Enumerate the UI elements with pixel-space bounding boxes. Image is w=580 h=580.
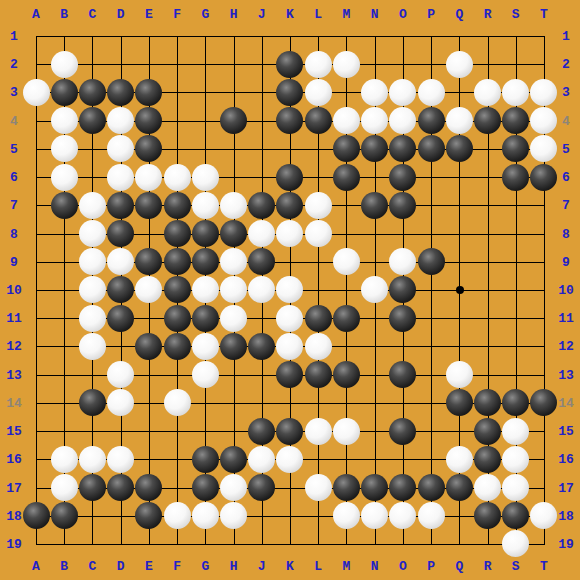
column-label-top: P [427,8,435,21]
white-stone-M9[interactable] [333,248,360,275]
row-label-left: 3 [10,86,18,99]
white-stone-B2[interactable] [51,51,78,78]
row-label-left: 13 [6,368,22,381]
white-stone-N18[interactable] [361,502,388,529]
white-stone-K10[interactable] [276,276,303,303]
black-stone-E4[interactable] [135,107,162,134]
column-label-top: Q [455,8,463,21]
black-stone-H12[interactable] [220,333,247,360]
row-label-right: 4 [562,114,570,127]
column-label-top: E [145,8,153,21]
black-stone-O11[interactable] [389,305,416,332]
black-stone-O15[interactable] [389,418,416,445]
black-stone-N17[interactable] [361,474,388,501]
row-label-right: 10 [558,283,574,296]
black-stone-M11[interactable] [333,305,360,332]
row-label-left: 4 [10,114,18,127]
white-stone-F14[interactable] [164,389,191,416]
row-label-left: 17 [6,481,22,494]
white-stone-C12[interactable] [79,333,106,360]
black-stone-Q17[interactable] [446,474,473,501]
black-stone-P4[interactable] [418,107,445,134]
black-stone-P5[interactable] [418,135,445,162]
white-stone-R3[interactable] [474,79,501,106]
black-stone-J7[interactable] [248,192,275,219]
black-stone-L4[interactable] [305,107,332,134]
black-stone-S6[interactable] [502,164,529,191]
black-stone-S4[interactable] [502,107,529,134]
row-label-right: 3 [562,86,570,99]
white-stone-D9[interactable] [107,248,134,275]
black-stone-M17[interactable] [333,474,360,501]
column-label-top: S [512,8,520,21]
black-stone-N5[interactable] [361,135,388,162]
black-stone-D10[interactable] [107,276,134,303]
black-stone-E5[interactable] [135,135,162,162]
black-stone-G11[interactable] [192,305,219,332]
white-stone-C8[interactable] [79,220,106,247]
black-stone-O7[interactable] [389,192,416,219]
white-stone-J8[interactable] [248,220,275,247]
white-stone-H9[interactable] [220,248,247,275]
white-stone-M2[interactable] [333,51,360,78]
black-stone-S5[interactable] [502,135,529,162]
white-stone-L2[interactable] [305,51,332,78]
column-label-bottom: O [399,560,407,573]
white-stone-N4[interactable] [361,107,388,134]
column-label-bottom: P [427,560,435,573]
black-stone-R15[interactable] [474,418,501,445]
black-stone-K7[interactable] [276,192,303,219]
black-stone-C17[interactable] [79,474,106,501]
black-stone-O13[interactable] [389,361,416,388]
white-stone-D6[interactable] [107,164,134,191]
row-label-left: 9 [10,255,18,268]
black-stone-A18[interactable] [23,502,50,529]
column-label-top: K [286,8,294,21]
white-stone-L17[interactable] [305,474,332,501]
white-stone-S16[interactable] [502,446,529,473]
white-stone-T3[interactable] [530,79,557,106]
black-stone-P9[interactable] [418,248,445,275]
column-label-bottom: K [286,560,294,573]
column-label-top: M [343,8,351,21]
row-label-left: 8 [10,227,18,240]
white-stone-L8[interactable] [305,220,332,247]
black-stone-B7[interactable] [51,192,78,219]
black-stone-M13[interactable] [333,361,360,388]
black-stone-T14[interactable] [530,389,557,416]
white-stone-D13[interactable] [107,361,134,388]
go-app-window: AABBCCDDEEFFGGHHJJKKLLMMNNOOPPQQRRSSTT11… [0,0,580,580]
black-stone-J12[interactable] [248,333,275,360]
white-stone-S19[interactable] [502,530,529,557]
column-label-bottom: G [201,560,209,573]
black-stone-O10[interactable] [389,276,416,303]
black-stone-H4[interactable] [220,107,247,134]
white-stone-P3[interactable] [418,79,445,106]
row-label-right: 19 [558,537,574,550]
black-stone-D17[interactable] [107,474,134,501]
white-stone-D14[interactable] [107,389,134,416]
white-stone-S15[interactable] [502,418,529,445]
white-stone-H17[interactable] [220,474,247,501]
black-stone-M5[interactable] [333,135,360,162]
go-board[interactable]: AABBCCDDEEFFGGHHJJKKLLMMNNOOPPQQRRSSTT11… [0,0,580,580]
white-stone-K16[interactable] [276,446,303,473]
star-point [456,286,464,294]
white-stone-Q13[interactable] [446,361,473,388]
white-stone-O9[interactable] [389,248,416,275]
white-stone-E6[interactable] [135,164,162,191]
column-label-top: H [230,8,238,21]
column-label-top: R [484,8,492,21]
black-stone-E12[interactable] [135,333,162,360]
black-stone-D8[interactable] [107,220,134,247]
row-label-right: 13 [558,368,574,381]
row-label-left: 12 [6,340,22,353]
black-stone-C14[interactable] [79,389,106,416]
column-label-top: T [540,8,548,21]
row-label-right: 6 [562,171,570,184]
white-stone-E10[interactable] [135,276,162,303]
column-label-bottom: D [117,560,125,573]
white-stone-G18[interactable] [192,502,219,529]
column-label-bottom: R [484,560,492,573]
black-stone-F7[interactable] [164,192,191,219]
column-label-bottom: L [314,560,322,573]
column-label-top: C [89,8,97,21]
row-label-right: 5 [562,142,570,155]
white-stone-B6[interactable] [51,164,78,191]
white-stone-F18[interactable] [164,502,191,529]
row-label-right: 7 [562,199,570,212]
column-label-bottom: H [230,560,238,573]
column-label-bottom: J [258,560,266,573]
white-stone-C10[interactable] [79,276,106,303]
black-stone-F10[interactable] [164,276,191,303]
white-stone-G6[interactable] [192,164,219,191]
row-label-right: 15 [558,425,574,438]
white-stone-H7[interactable] [220,192,247,219]
row-label-right: 11 [558,312,574,325]
row-label-left: 6 [10,171,18,184]
white-stone-O18[interactable] [389,502,416,529]
black-stone-D11[interactable] [107,305,134,332]
white-stone-D16[interactable] [107,446,134,473]
black-stone-O17[interactable] [389,474,416,501]
white-stone-D4[interactable] [107,107,134,134]
black-stone-G9[interactable] [192,248,219,275]
column-label-bottom: S [512,560,520,573]
column-label-bottom: E [145,560,153,573]
white-stone-A3[interactable] [23,79,50,106]
black-stone-E17[interactable] [135,474,162,501]
black-stone-T6[interactable] [530,164,557,191]
black-stone-E7[interactable] [135,192,162,219]
white-stone-O4[interactable] [389,107,416,134]
row-label-left: 15 [6,425,22,438]
column-label-top: G [201,8,209,21]
row-label-left: 10 [6,283,22,296]
black-stone-E18[interactable] [135,502,162,529]
white-stone-K11[interactable] [276,305,303,332]
black-stone-J17[interactable] [248,474,275,501]
black-stone-Q5[interactable] [446,135,473,162]
black-stone-R18[interactable] [474,502,501,529]
row-label-left: 1 [10,30,18,43]
black-stone-G8[interactable] [192,220,219,247]
white-stone-B4[interactable] [51,107,78,134]
black-stone-B3[interactable] [51,79,78,106]
white-stone-T4[interactable] [530,107,557,134]
row-label-right: 9 [562,255,570,268]
black-stone-C4[interactable] [79,107,106,134]
black-stone-L11[interactable] [305,305,332,332]
white-stone-C11[interactable] [79,305,106,332]
black-stone-O5[interactable] [389,135,416,162]
white-stone-G10[interactable] [192,276,219,303]
column-label-top: N [371,8,379,21]
white-stone-T18[interactable] [530,502,557,529]
white-stone-L7[interactable] [305,192,332,219]
white-stone-G13[interactable] [192,361,219,388]
black-stone-N7[interactable] [361,192,388,219]
column-label-top: B [60,8,68,21]
black-stone-K3[interactable] [276,79,303,106]
column-label-top: L [314,8,322,21]
white-stone-H18[interactable] [220,502,247,529]
column-label-bottom: T [540,560,548,573]
white-stone-M15[interactable] [333,418,360,445]
row-label-right: 12 [558,340,574,353]
white-stone-J10[interactable] [248,276,275,303]
black-stone-J9[interactable] [248,248,275,275]
white-stone-T5[interactable] [530,135,557,162]
black-stone-R4[interactable] [474,107,501,134]
column-label-bottom: N [371,560,379,573]
black-stone-H16[interactable] [220,446,247,473]
black-stone-F8[interactable] [164,220,191,247]
white-stone-B16[interactable] [51,446,78,473]
black-stone-E9[interactable] [135,248,162,275]
white-stone-M4[interactable] [333,107,360,134]
white-stone-S3[interactable] [502,79,529,106]
black-stone-G17[interactable] [192,474,219,501]
row-label-right: 17 [558,481,574,494]
row-label-right: 2 [562,58,570,71]
white-stone-P18[interactable] [418,502,445,529]
column-label-bottom: C [89,560,97,573]
column-label-top: A [32,8,40,21]
black-stone-K2[interactable] [276,51,303,78]
white-stone-S17[interactable] [502,474,529,501]
white-stone-H10[interactable] [220,276,247,303]
row-label-left: 11 [6,312,22,325]
white-stone-K8[interactable] [276,220,303,247]
white-stone-M18[interactable] [333,502,360,529]
white-stone-K12[interactable] [276,333,303,360]
row-label-left: 14 [6,396,22,409]
black-stone-D7[interactable] [107,192,134,219]
black-stone-G16[interactable] [192,446,219,473]
row-label-right: 16 [558,453,574,466]
grid-line-horizontal [36,516,545,517]
column-label-top: F [173,8,181,21]
black-stone-D3[interactable] [107,79,134,106]
white-stone-N3[interactable] [361,79,388,106]
white-stone-B17[interactable] [51,474,78,501]
white-stone-N10[interactable] [361,276,388,303]
black-stone-R14[interactable] [474,389,501,416]
black-stone-R16[interactable] [474,446,501,473]
grid-line-horizontal [36,544,545,545]
row-label-right: 14 [558,396,574,409]
row-label-left: 7 [10,199,18,212]
column-label-top: O [399,8,407,21]
row-label-left: 2 [10,58,18,71]
column-label-bottom: F [173,560,181,573]
white-stone-H11[interactable] [220,305,247,332]
white-stone-F6[interactable] [164,164,191,191]
black-stone-L13[interactable] [305,361,332,388]
row-label-right: 18 [558,509,574,522]
white-stone-G7[interactable] [192,192,219,219]
white-stone-D5[interactable] [107,135,134,162]
row-label-left: 5 [10,142,18,155]
white-stone-L12[interactable] [305,333,332,360]
black-stone-C3[interactable] [79,79,106,106]
row-label-left: 19 [6,537,22,550]
column-label-top: J [258,8,266,21]
white-stone-L15[interactable] [305,418,332,445]
black-stone-K15[interactable] [276,418,303,445]
black-stone-K4[interactable] [276,107,303,134]
white-stone-B5[interactable] [51,135,78,162]
black-stone-E3[interactable] [135,79,162,106]
black-stone-K6[interactable] [276,164,303,191]
column-label-bottom: Q [455,560,463,573]
row-label-right: 8 [562,227,570,240]
row-label-left: 16 [6,453,22,466]
black-stone-J15[interactable] [248,418,275,445]
black-stone-S18[interactable] [502,502,529,529]
column-label-bottom: A [32,560,40,573]
black-stone-K13[interactable] [276,361,303,388]
white-stone-Q2[interactable] [446,51,473,78]
black-stone-S14[interactable] [502,389,529,416]
black-stone-B18[interactable] [51,502,78,529]
column-label-bottom: B [60,560,68,573]
column-label-top: D [117,8,125,21]
white-stone-C7[interactable] [79,192,106,219]
column-label-bottom: M [343,560,351,573]
black-stone-F9[interactable] [164,248,191,275]
row-label-left: 18 [6,509,22,522]
row-label-right: 1 [562,30,570,43]
black-stone-Q14[interactable] [446,389,473,416]
white-stone-Q16[interactable] [446,446,473,473]
white-stone-R17[interactable] [474,474,501,501]
white-stone-G12[interactable] [192,333,219,360]
black-stone-P17[interactable] [418,474,445,501]
black-stone-H8[interactable] [220,220,247,247]
black-stone-F12[interactable] [164,333,191,360]
black-stone-M6[interactable] [333,164,360,191]
white-stone-O3[interactable] [389,79,416,106]
white-stone-Q4[interactable] [446,107,473,134]
black-stone-O6[interactable] [389,164,416,191]
white-stone-C9[interactable] [79,248,106,275]
white-stone-J16[interactable] [248,446,275,473]
black-stone-F11[interactable] [164,305,191,332]
white-stone-L3[interactable] [305,79,332,106]
white-stone-C16[interactable] [79,446,106,473]
